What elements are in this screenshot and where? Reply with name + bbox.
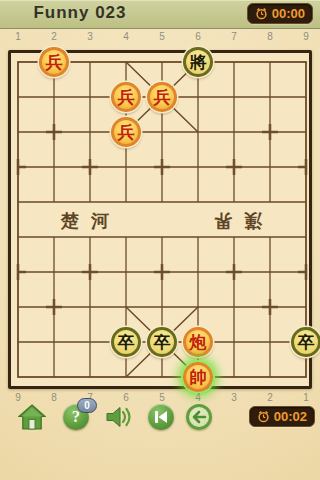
xiangqi-board[interactable]: 楚河 漢界 兵將兵兵兵卒卒炮卒帥 [8, 50, 312, 389]
hint-count-badge: 0 [77, 398, 97, 413]
file-label: 5 [152, 31, 172, 42]
file-label: 3 [224, 392, 244, 403]
file-label: 4 [116, 31, 136, 42]
file-label: 8 [44, 392, 64, 403]
piece-red-r1c4[interactable]: 兵 [147, 82, 177, 112]
app-screen: Funny 023 00:00 123456789 [0, 0, 320, 480]
piece-red-r0c1[interactable]: 兵 [39, 47, 69, 77]
file-label: 3 [80, 31, 100, 42]
move-timer-value: 00:02 [274, 409, 307, 424]
file-label: 1 [8, 31, 28, 42]
piece-black-r0c5[interactable]: 將 [183, 47, 213, 77]
alarm-clock-icon [255, 7, 268, 20]
piece-red-r8c5[interactable]: 炮 [183, 327, 213, 357]
home-button[interactable] [18, 403, 46, 431]
piece-black-r8c3[interactable]: 卒 [111, 327, 141, 357]
undo-button[interactable] [185, 403, 213, 431]
speaker-icon [105, 405, 133, 429]
elapsed-timer-badge: 00:00 [247, 3, 313, 24]
elapsed-timer-value: 00:00 [272, 6, 305, 21]
skip-to-start-icon [148, 404, 174, 430]
top-file-labels: 123456789 [0, 31, 320, 43]
file-label: 9 [8, 392, 28, 403]
file-label: 6 [188, 31, 208, 42]
file-label: 2 [260, 392, 280, 403]
piece-black-r8c4[interactable]: 卒 [147, 327, 177, 357]
bottom-toolbar: ? 0 [0, 403, 320, 435]
back-arrow-icon [186, 404, 212, 430]
piece-red-r9c5[interactable]: 帥 [183, 362, 213, 392]
page-title: Funny 023 [0, 3, 160, 23]
file-label: 8 [260, 31, 280, 42]
file-label: 1 [296, 392, 316, 403]
piece-black-r8c8[interactable]: 卒 [291, 327, 320, 357]
river-label-left: 楚河 [46, 209, 136, 233]
help-button[interactable]: ? 0 [62, 403, 90, 431]
piece-red-r2c3[interactable]: 兵 [111, 117, 141, 147]
river-label-right: 漢界 [187, 209, 277, 233]
piece-red-r1c3[interactable]: 兵 [111, 82, 141, 112]
restart-button[interactable] [147, 403, 175, 431]
file-label: 9 [296, 31, 316, 42]
file-label: 6 [116, 392, 136, 403]
file-label: 7 [224, 31, 244, 42]
title-bar: Funny 023 00:00 [0, 0, 320, 29]
file-label: 2 [44, 31, 64, 42]
home-icon [18, 404, 46, 430]
file-label: 4 [188, 392, 208, 403]
sound-button[interactable] [105, 403, 133, 431]
move-timer-badge: 00:02 [249, 406, 315, 427]
alarm-clock-icon [257, 410, 270, 423]
file-label: 5 [152, 392, 172, 403]
